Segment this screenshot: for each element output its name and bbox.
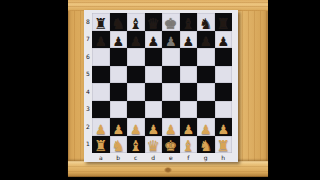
square-e2[interactable]: ♟: [162, 118, 180, 136]
white-bishop-piece: ♝: [129, 138, 142, 154]
white-bishop-piece: ♝: [182, 138, 195, 154]
square-d8[interactable]: ♛: [145, 13, 163, 31]
square-f4[interactable]: [180, 83, 198, 101]
black-pawn-piece: ♟: [182, 35, 194, 49]
square-a7[interactable]: ♟: [92, 31, 110, 49]
square-a8[interactable]: ♜: [92, 13, 110, 31]
white-pawn-piece: ♟: [112, 123, 124, 137]
square-d4[interactable]: [145, 83, 163, 101]
square-f7[interactable]: ♟: [180, 31, 198, 49]
black-pawn-piece: ♟: [130, 35, 142, 49]
square-c4[interactable]: [127, 83, 145, 101]
square-a6[interactable]: [92, 48, 110, 66]
square-h5[interactable]: [215, 66, 233, 84]
square-e3[interactable]: [162, 101, 180, 119]
white-pawn-piece: ♟: [95, 123, 107, 137]
square-g5[interactable]: [197, 66, 215, 84]
square-a4[interactable]: [92, 83, 110, 101]
square-h7[interactable]: ♟: [215, 31, 233, 49]
rank-label-5: 5: [84, 66, 92, 84]
rank-label-1: 1: [84, 136, 92, 154]
black-bishop-piece: ♝: [129, 16, 142, 32]
rank-label-2: 2: [84, 118, 92, 136]
square-h2[interactable]: ♟: [215, 118, 233, 136]
square-f2[interactable]: ♟: [180, 118, 198, 136]
rank-label-8: 8: [84, 13, 92, 31]
white-knight-piece: ♞: [199, 138, 212, 154]
white-pawn-piece: ♟: [217, 123, 229, 137]
square-g6[interactable]: [197, 48, 215, 66]
square-c5[interactable]: [127, 66, 145, 84]
rank-label-3: 3: [84, 101, 92, 119]
white-pawn-piece: ♟: [147, 123, 159, 137]
square-c7[interactable]: ♟: [127, 31, 145, 49]
white-pawn-piece: ♟: [200, 123, 212, 137]
square-f5[interactable]: [180, 66, 198, 84]
square-d6[interactable]: [145, 48, 163, 66]
square-g2[interactable]: ♟: [197, 118, 215, 136]
square-c6[interactable]: [127, 48, 145, 66]
wood-knot: [164, 167, 172, 173]
black-rook-piece: ♜: [217, 16, 230, 32]
square-d7[interactable]: ♟: [145, 31, 163, 49]
square-d2[interactable]: ♟: [145, 118, 163, 136]
square-h4[interactable]: [215, 83, 233, 101]
rank-label-7: 7: [84, 31, 92, 49]
black-pawn-piece: ♟: [165, 35, 177, 49]
square-e5[interactable]: [162, 66, 180, 84]
rank-label-4: 4: [84, 83, 92, 101]
square-h3[interactable]: [215, 101, 233, 119]
black-king-piece: ♚: [164, 16, 177, 32]
square-g4[interactable]: [197, 83, 215, 101]
black-pawn-piece: ♟: [147, 35, 159, 49]
square-e4[interactable]: [162, 83, 180, 101]
square-c3[interactable]: [127, 101, 145, 119]
white-king-piece: ♚: [164, 138, 177, 154]
square-h8[interactable]: ♜: [215, 13, 233, 31]
square-a1[interactable]: ♜: [92, 136, 110, 154]
white-rook-piece: ♜: [94, 138, 107, 154]
white-pawn-piece: ♟: [130, 123, 142, 137]
square-e8[interactable]: ♚: [162, 13, 180, 31]
white-queen-piece: ♛: [147, 138, 160, 154]
square-d5[interactable]: [145, 66, 163, 84]
black-bishop-piece: ♝: [182, 16, 195, 32]
black-rook-piece: ♜: [94, 16, 107, 32]
black-queen-piece: ♛: [147, 16, 160, 32]
board-corner: [84, 153, 92, 162]
black-pawn-piece: ♟: [217, 35, 229, 49]
square-e1[interactable]: ♚: [162, 136, 180, 154]
square-a3[interactable]: [92, 101, 110, 119]
square-b3[interactable]: [110, 101, 128, 119]
white-pawn-piece: ♟: [182, 123, 194, 137]
black-pawn-piece: ♟: [200, 35, 212, 49]
square-a5[interactable]: [92, 66, 110, 84]
square-b6[interactable]: [110, 48, 128, 66]
square-b5[interactable]: [110, 66, 128, 84]
square-b4[interactable]: [110, 83, 128, 101]
square-h1[interactable]: ♜: [215, 136, 233, 154]
white-rook-piece: ♜: [217, 138, 230, 154]
wood-knot: [238, 102, 247, 113]
square-b7[interactable]: ♟: [110, 31, 128, 49]
square-d1[interactable]: ♛: [145, 136, 163, 154]
black-pawn-piece: ♟: [112, 35, 124, 49]
square-b1[interactable]: ♞: [110, 136, 128, 154]
square-c2[interactable]: ♟: [127, 118, 145, 136]
white-knight-piece: ♞: [112, 138, 125, 154]
black-knight-piece: ♞: [112, 16, 125, 32]
square-a2[interactable]: ♟: [92, 118, 110, 136]
chess-board: 8♜♞♝♛♚♝♞♜7♟♟♟♟♟♟♟♟65432♟♟♟♟♟♟♟♟1♜♞♝♛♚♝♞♜…: [84, 10, 238, 162]
square-f1[interactable]: ♝: [180, 136, 198, 154]
screenshot-scene: 8♜♞♝♛♚♝♞♜7♟♟♟♟♟♟♟♟65432♟♟♟♟♟♟♟♟1♜♞♝♛♚♝♞♜…: [0, 0, 320, 180]
white-pawn-piece: ♟: [165, 123, 177, 137]
rank-label-6: 6: [84, 48, 92, 66]
square-g1[interactable]: ♞: [197, 136, 215, 154]
black-knight-piece: ♞: [199, 16, 212, 32]
square-f3[interactable]: [180, 101, 198, 119]
square-b8[interactable]: ♞: [110, 13, 128, 31]
black-pawn-piece: ♟: [95, 35, 107, 49]
square-g8[interactable]: ♞: [197, 13, 215, 31]
square-g7[interactable]: ♟: [197, 31, 215, 49]
square-e6[interactable]: [162, 48, 180, 66]
wooden-frame: 8♜♞♝♛♚♝♞♜7♟♟♟♟♟♟♟♟65432♟♟♟♟♟♟♟♟1♜♞♝♛♚♝♞♜…: [68, 0, 268, 177]
square-d3[interactable]: [145, 101, 163, 119]
square-h6[interactable]: [215, 48, 233, 66]
square-c1[interactable]: ♝: [127, 136, 145, 154]
square-b2[interactable]: ♟: [110, 118, 128, 136]
square-f6[interactable]: [180, 48, 198, 66]
square-f8[interactable]: ♝: [180, 13, 198, 31]
square-e7[interactable]: ♟: [162, 31, 180, 49]
square-g3[interactable]: [197, 101, 215, 119]
square-c8[interactable]: ♝: [127, 13, 145, 31]
